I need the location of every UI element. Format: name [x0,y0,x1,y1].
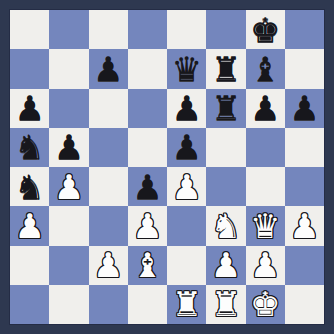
square-f1[interactable]: ♜ [206,285,245,324]
square-h1[interactable] [285,285,324,324]
square-b3[interactable] [49,206,88,245]
square-h8[interactable] [285,10,324,49]
square-a2[interactable] [10,246,49,285]
square-f2[interactable]: ♟ [206,246,245,285]
square-a8[interactable] [10,10,49,49]
square-h4[interactable] [285,167,324,206]
square-c5[interactable] [89,128,128,167]
square-g4[interactable] [246,167,285,206]
square-e8[interactable] [167,10,206,49]
square-g6[interactable]: ♟ [246,89,285,128]
square-c6[interactable] [89,89,128,128]
piece-white-pawn: ♟ [250,248,280,282]
piece-white-bishop: ♝ [132,248,162,282]
square-d6[interactable] [128,89,167,128]
square-f8[interactable] [206,10,245,49]
piece-black-bishop: ♝ [250,52,280,86]
square-c3[interactable] [89,206,128,245]
piece-black-king: ♚ [250,13,280,47]
piece-white-pawn: ♟ [171,170,201,204]
square-c7[interactable]: ♟ [89,49,128,88]
piece-black-knight: ♞ [14,130,44,164]
square-e2[interactable] [167,246,206,285]
piece-black-queen: ♛ [171,52,201,86]
square-f4[interactable] [206,167,245,206]
square-a6[interactable]: ♟ [10,89,49,128]
square-g7[interactable]: ♝ [246,49,285,88]
board-frame: ♚♟♛♜♝♟♟♜♟♟♞♟♟♞♟♟♟♟♟♞♛♟♟♝♟♟♜♜♚ [0,0,334,334]
square-d7[interactable] [128,49,167,88]
piece-black-pawn: ♟ [132,170,162,204]
square-h2[interactable] [285,246,324,285]
square-a4[interactable]: ♞ [10,167,49,206]
square-f5[interactable] [206,128,245,167]
square-b8[interactable] [49,10,88,49]
piece-black-pawn: ♟ [171,130,201,164]
piece-black-pawn: ♟ [171,91,201,125]
piece-white-pawn: ♟ [289,209,319,243]
square-b7[interactable] [49,49,88,88]
square-e3[interactable] [167,206,206,245]
square-e4[interactable]: ♟ [167,167,206,206]
piece-black-pawn: ♟ [250,91,280,125]
piece-white-king: ♚ [250,287,280,321]
piece-white-rook: ♜ [171,287,201,321]
piece-white-pawn: ♟ [132,209,162,243]
square-g8[interactable]: ♚ [246,10,285,49]
square-f3[interactable]: ♞ [206,206,245,245]
square-d1[interactable] [128,285,167,324]
square-c1[interactable] [89,285,128,324]
square-g1[interactable]: ♚ [246,285,285,324]
piece-black-pawn: ♟ [289,91,319,125]
square-a7[interactable] [10,49,49,88]
piece-white-pawn: ♟ [14,209,44,243]
chess-board: ♚♟♛♜♝♟♟♜♟♟♞♟♟♞♟♟♟♟♟♞♛♟♟♝♟♟♜♜♚ [10,10,324,324]
square-d3[interactable]: ♟ [128,206,167,245]
square-c2[interactable]: ♟ [89,246,128,285]
piece-black-knight: ♞ [14,170,44,204]
square-h6[interactable]: ♟ [285,89,324,128]
piece-black-rook: ♜ [211,91,241,125]
piece-white-knight: ♞ [211,209,241,243]
square-d5[interactable] [128,128,167,167]
piece-black-pawn: ♟ [54,130,84,164]
square-b2[interactable] [49,246,88,285]
square-e6[interactable]: ♟ [167,89,206,128]
square-e7[interactable]: ♛ [167,49,206,88]
square-b1[interactable] [49,285,88,324]
square-f7[interactable]: ♜ [206,49,245,88]
square-h3[interactable]: ♟ [285,206,324,245]
square-e1[interactable]: ♜ [167,285,206,324]
piece-white-queen: ♛ [250,209,280,243]
piece-white-pawn: ♟ [54,170,84,204]
piece-black-pawn: ♟ [14,91,44,125]
square-d8[interactable] [128,10,167,49]
square-a1[interactable] [10,285,49,324]
square-h5[interactable] [285,128,324,167]
square-f6[interactable]: ♜ [206,89,245,128]
square-g5[interactable] [246,128,285,167]
square-c8[interactable] [89,10,128,49]
square-e5[interactable]: ♟ [167,128,206,167]
square-h7[interactable] [285,49,324,88]
square-g2[interactable]: ♟ [246,246,285,285]
square-d2[interactable]: ♝ [128,246,167,285]
square-b4[interactable]: ♟ [49,167,88,206]
square-d4[interactable]: ♟ [128,167,167,206]
square-a3[interactable]: ♟ [10,206,49,245]
piece-white-pawn: ♟ [93,248,123,282]
square-b6[interactable] [49,89,88,128]
square-a5[interactable]: ♞ [10,128,49,167]
square-c4[interactable] [89,167,128,206]
piece-black-rook: ♜ [211,52,241,86]
square-g3[interactable]: ♛ [246,206,285,245]
piece-white-rook: ♜ [211,287,241,321]
piece-white-pawn: ♟ [211,248,241,282]
square-b5[interactable]: ♟ [49,128,88,167]
piece-black-pawn: ♟ [93,52,123,86]
